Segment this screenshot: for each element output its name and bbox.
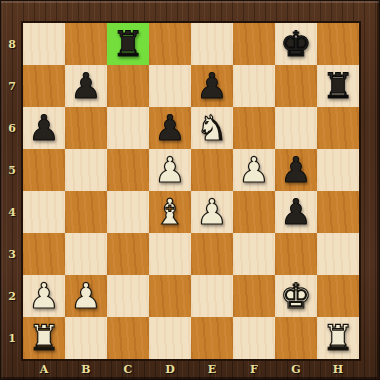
square-g2[interactable]: ♚: [275, 275, 317, 317]
white-pawn[interactable]: ♟: [154, 149, 185, 191]
board-frame: ♜♚♟♟♜♟♟♞♟♟♟♝♟♟♟♟♚♜♜ 87654321 ABCDEFGH: [0, 0, 380, 380]
file-label-c: C: [107, 358, 149, 380]
square-h3[interactable]: [317, 233, 359, 275]
file-label-b: B: [65, 358, 107, 380]
square-b8[interactable]: [65, 23, 107, 65]
square-h1[interactable]: ♜: [317, 317, 359, 359]
file-label-a: A: [23, 358, 65, 380]
square-c6[interactable]: [107, 107, 149, 149]
square-d3[interactable]: [149, 233, 191, 275]
square-e4[interactable]: ♟: [191, 191, 233, 233]
chess-board[interactable]: ♜♚♟♟♜♟♟♞♟♟♟♝♟♟♟♟♚♜♜: [23, 23, 359, 359]
square-g4[interactable]: ♟: [275, 191, 317, 233]
square-a2[interactable]: ♟: [23, 275, 65, 317]
black-pawn[interactable]: ♟: [280, 191, 311, 233]
square-d1[interactable]: [149, 317, 191, 359]
square-h2[interactable]: [317, 275, 359, 317]
square-a1[interactable]: ♜: [23, 317, 65, 359]
square-c5[interactable]: [107, 149, 149, 191]
square-g3[interactable]: [275, 233, 317, 275]
square-f2[interactable]: [233, 275, 275, 317]
square-e2[interactable]: [191, 275, 233, 317]
square-a7[interactable]: [23, 65, 65, 107]
square-h6[interactable]: [317, 107, 359, 149]
black-pawn[interactable]: ♟: [70, 65, 101, 107]
square-d6[interactable]: ♟: [149, 107, 191, 149]
square-d2[interactable]: [149, 275, 191, 317]
file-label-e: E: [191, 358, 233, 380]
white-bishop[interactable]: ♝: [154, 191, 185, 233]
square-g7[interactable]: [275, 65, 317, 107]
white-pawn[interactable]: ♟: [238, 149, 269, 191]
square-a3[interactable]: [23, 233, 65, 275]
black-pawn[interactable]: ♟: [154, 107, 185, 149]
square-b1[interactable]: [65, 317, 107, 359]
black-pawn[interactable]: ♟: [280, 149, 311, 191]
file-label-g: G: [275, 358, 317, 380]
square-d5[interactable]: ♟: [149, 149, 191, 191]
square-c8[interactable]: ♜: [107, 23, 149, 65]
white-rook[interactable]: ♜: [28, 317, 59, 359]
rank-label-4: 4: [1, 191, 23, 233]
rank-label-8: 8: [1, 23, 23, 65]
square-b3[interactable]: [65, 233, 107, 275]
square-e6[interactable]: ♞: [191, 107, 233, 149]
white-pawn[interactable]: ♟: [70, 275, 101, 317]
file-label-f: F: [233, 358, 275, 380]
rank-label-7: 7: [1, 65, 23, 107]
square-e5[interactable]: [191, 149, 233, 191]
square-c3[interactable]: [107, 233, 149, 275]
white-rook[interactable]: ♜: [322, 317, 353, 359]
square-f6[interactable]: [233, 107, 275, 149]
square-h4[interactable]: [317, 191, 359, 233]
black-pawn[interactable]: ♟: [196, 65, 227, 107]
square-d7[interactable]: [149, 65, 191, 107]
square-a4[interactable]: [23, 191, 65, 233]
rank-label-1: 1: [1, 317, 23, 359]
square-h7[interactable]: ♜: [317, 65, 359, 107]
square-b4[interactable]: [65, 191, 107, 233]
file-label-h: H: [317, 358, 359, 380]
square-f3[interactable]: [233, 233, 275, 275]
square-f4[interactable]: [233, 191, 275, 233]
square-a5[interactable]: [23, 149, 65, 191]
square-d8[interactable]: [149, 23, 191, 65]
black-king[interactable]: ♚: [280, 23, 311, 65]
square-e7[interactable]: ♟: [191, 65, 233, 107]
square-a6[interactable]: ♟: [23, 107, 65, 149]
square-h8[interactable]: [317, 23, 359, 65]
square-g8[interactable]: ♚: [275, 23, 317, 65]
square-g5[interactable]: ♟: [275, 149, 317, 191]
rank-label-2: 2: [1, 275, 23, 317]
square-d4[interactable]: ♝: [149, 191, 191, 233]
rank-label-5: 5: [1, 149, 23, 191]
square-c4[interactable]: [107, 191, 149, 233]
square-b6[interactable]: [65, 107, 107, 149]
square-c2[interactable]: [107, 275, 149, 317]
square-b2[interactable]: ♟: [65, 275, 107, 317]
square-a8[interactable]: [23, 23, 65, 65]
square-h5[interactable]: [317, 149, 359, 191]
square-g1[interactable]: [275, 317, 317, 359]
square-b5[interactable]: [65, 149, 107, 191]
square-g6[interactable]: [275, 107, 317, 149]
square-c7[interactable]: [107, 65, 149, 107]
square-b7[interactable]: ♟: [65, 65, 107, 107]
black-rook[interactable]: ♜: [322, 65, 353, 107]
black-rook[interactable]: ♜: [112, 23, 143, 65]
white-king[interactable]: ♚: [280, 275, 311, 317]
square-f1[interactable]: [233, 317, 275, 359]
square-f8[interactable]: [233, 23, 275, 65]
square-f7[interactable]: [233, 65, 275, 107]
white-knight[interactable]: ♞: [196, 107, 227, 149]
square-e3[interactable]: [191, 233, 233, 275]
square-c1[interactable]: [107, 317, 149, 359]
square-f5[interactable]: ♟: [233, 149, 275, 191]
white-pawn[interactable]: ♟: [196, 191, 227, 233]
square-e1[interactable]: [191, 317, 233, 359]
black-pawn[interactable]: ♟: [28, 107, 59, 149]
rank-label-6: 6: [1, 107, 23, 149]
square-e8[interactable]: [191, 23, 233, 65]
rank-label-3: 3: [1, 233, 23, 275]
white-pawn[interactable]: ♟: [28, 275, 59, 317]
file-label-d: D: [149, 358, 191, 380]
